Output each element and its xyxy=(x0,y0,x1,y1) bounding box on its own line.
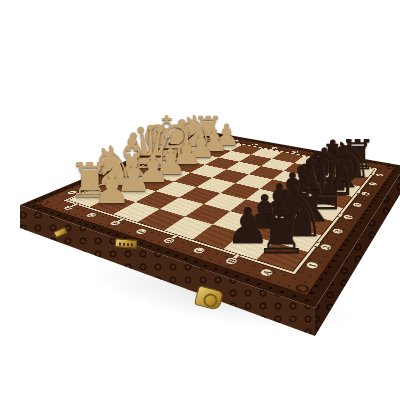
piece-black-rook[interactable]: ♜ xyxy=(254,202,309,264)
piece-white-pawn[interactable]: ♟ xyxy=(93,168,130,210)
brass-logo-plate xyxy=(115,238,138,249)
chess-set-photo: H11HG22GF33FE44ED55DC66CB77BA88A ♜♞♝♛♚♝♞… xyxy=(0,0,400,400)
